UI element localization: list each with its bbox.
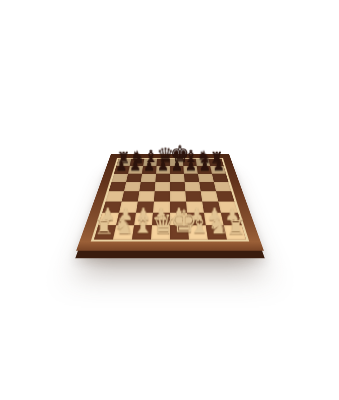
square-b7[interactable]: ♟ xyxy=(128,166,143,174)
square-g4[interactable] xyxy=(200,191,218,201)
piece-white-king[interactable]: ♚ xyxy=(170,207,189,238)
square-h1[interactable]: ♜ xyxy=(223,225,245,239)
piece-white-bishop[interactable]: ♝ xyxy=(188,213,207,237)
square-f7[interactable]: ♟ xyxy=(183,166,198,174)
piece-white-rook[interactable]: ♜ xyxy=(226,216,245,237)
square-d7[interactable]: ♟ xyxy=(156,166,170,174)
square-f1[interactable]: ♝ xyxy=(187,225,207,239)
board-grid: ♜♞♝♛♚♝♞♜♟♟♟♟♟♟♟♟♟♟♟♟♟♟♟♟♜♞♝♛♚♝♞♜ xyxy=(90,158,248,242)
piece-black-pawn[interactable]: ♟ xyxy=(114,159,128,172)
square-c5[interactable] xyxy=(139,182,155,191)
square-f5[interactable] xyxy=(184,182,200,191)
square-c1[interactable]: ♝ xyxy=(132,225,152,239)
piece-white-queen[interactable]: ♛ xyxy=(151,210,170,237)
square-e4[interactable] xyxy=(170,191,186,201)
square-e1[interactable]: ♚ xyxy=(170,225,189,239)
square-d5[interactable] xyxy=(154,182,169,191)
piece-white-knight[interactable]: ♞ xyxy=(113,214,132,237)
piece-white-knight[interactable]: ♞ xyxy=(207,214,226,237)
square-b4[interactable] xyxy=(121,191,139,201)
square-b5[interactable] xyxy=(123,182,140,191)
piece-black-pawn[interactable]: ♟ xyxy=(142,159,156,172)
product-photo-scene: ♜♞♝♛♚♝♞♜♟♟♟♟♟♟♟♟♟♟♟♟♟♟♟♟♜♞♝♛♚♝♞♜ xyxy=(0,0,339,400)
square-h7[interactable]: ♟ xyxy=(210,166,226,174)
square-d1[interactable]: ♛ xyxy=(151,225,170,239)
piece-black-pawn[interactable]: ♟ xyxy=(197,159,211,172)
square-g1[interactable]: ♞ xyxy=(205,225,226,239)
chess-board: ♜♞♝♛♚♝♞♜♟♟♟♟♟♟♟♟♟♟♟♟♟♟♟♟♜♞♝♛♚♝♞♜ xyxy=(76,154,264,251)
square-b1[interactable]: ♞ xyxy=(113,225,134,239)
square-c7[interactable]: ♟ xyxy=(142,166,157,174)
square-f6[interactable] xyxy=(183,174,198,182)
square-f4[interactable] xyxy=(185,191,202,201)
piece-white-bishop[interactable]: ♝ xyxy=(132,213,151,237)
square-e7[interactable]: ♟ xyxy=(170,166,184,174)
piece-black-pawn[interactable]: ♟ xyxy=(183,159,197,172)
square-h4[interactable] xyxy=(216,191,234,201)
square-a5[interactable] xyxy=(108,182,125,191)
square-g5[interactable] xyxy=(199,182,216,191)
piece-black-pawn[interactable]: ♟ xyxy=(211,159,225,172)
square-a4[interactable] xyxy=(105,191,123,201)
square-c4[interactable] xyxy=(137,191,154,201)
piece-black-pawn[interactable]: ♟ xyxy=(156,159,170,172)
square-a6[interactable] xyxy=(111,174,128,182)
square-g6[interactable] xyxy=(197,174,213,182)
piece-black-pawn[interactable]: ♟ xyxy=(128,159,142,172)
square-h5[interactable] xyxy=(213,182,230,191)
piece-black-pawn[interactable]: ♟ xyxy=(170,159,184,172)
square-c6[interactable] xyxy=(140,174,155,182)
square-a1[interactable]: ♜ xyxy=(94,225,116,239)
piece-white-rook[interactable]: ♜ xyxy=(94,216,113,237)
square-e5[interactable] xyxy=(170,182,185,191)
square-a7[interactable]: ♟ xyxy=(114,166,130,174)
square-h6[interactable] xyxy=(211,174,228,182)
square-d6[interactable] xyxy=(155,174,170,182)
square-g7[interactable]: ♟ xyxy=(196,166,211,174)
square-d4[interactable] xyxy=(153,191,169,201)
square-e6[interactable] xyxy=(170,174,185,182)
square-b6[interactable] xyxy=(126,174,142,182)
